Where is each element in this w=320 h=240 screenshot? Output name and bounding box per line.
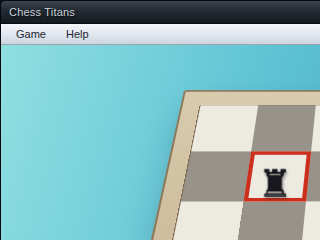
chess-app-window: Chess Titans – □ × Game Help ♞♚♜♟♟♛♟♝♟♚♟… xyxy=(0,0,320,240)
square-b6[interactable] xyxy=(235,201,306,240)
window-title: Chess Titans xyxy=(9,6,75,18)
menu-help[interactable]: Help xyxy=(57,26,98,42)
square-b7[interactable]: ♜ xyxy=(243,151,310,201)
black-rook[interactable]: ♜ xyxy=(258,166,292,202)
board-frame: ♞♚♜♟♟♛♟♝♟♚♟♟♜ xyxy=(60,90,320,240)
square-a8[interactable] xyxy=(191,105,258,151)
menu-bar: Game Help xyxy=(1,24,320,45)
square-a6[interactable] xyxy=(170,201,243,240)
square-b8[interactable] xyxy=(251,105,315,151)
menu-game[interactable]: Game xyxy=(7,26,55,42)
board-scene: ♞♚♜♟♟♛♟♝♟♚♟♟♜ xyxy=(179,83,320,240)
title-bar: Chess Titans – □ × xyxy=(1,1,320,24)
game-area: ♞♚♜♟♟♛♟♝♟♚♟♟♜ ♛♜♜♝♝♞♞♟♟♟ xyxy=(1,45,320,240)
chess-board[interactable]: ♞♚♜♟♟♛♟♝♟♚♟♟♜ xyxy=(94,105,320,240)
square-a7[interactable] xyxy=(181,151,251,201)
board-tilt: ♞♚♜♟♟♛♟♝♟♚♟♟♜ xyxy=(60,90,320,240)
